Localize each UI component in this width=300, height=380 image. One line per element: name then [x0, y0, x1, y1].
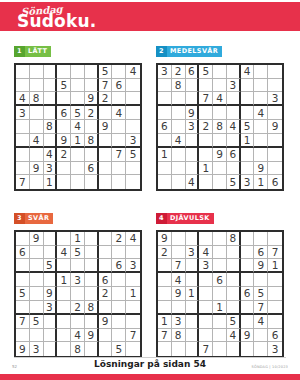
sudoku-cell[interactable]: 4: [254, 315, 268, 329]
sudoku-cell[interactable]: 4: [126, 232, 140, 246]
sudoku-cell[interactable]: 2: [199, 120, 213, 134]
sudoku-cell[interactable]: 7: [158, 329, 172, 343]
sudoku-cell[interactable]: 8: [213, 120, 227, 134]
sudoku-cell[interactable]: [172, 232, 186, 246]
sudoku-cell[interactable]: [186, 162, 200, 176]
sudoku-cell[interactable]: [44, 79, 58, 93]
sudoku-cell[interactable]: 3: [186, 246, 200, 260]
sudoku-cell[interactable]: 4: [57, 246, 71, 260]
sudoku-cell[interactable]: 5: [30, 315, 44, 329]
sudoku-cell[interactable]: [85, 148, 99, 162]
sudoku-cell[interactable]: 9: [85, 92, 99, 106]
sudoku-cell[interactable]: [99, 162, 113, 176]
sudoku-cell[interactable]: [30, 65, 44, 79]
sudoku-cell[interactable]: [126, 246, 140, 260]
sudoku-cell[interactable]: 1: [71, 232, 85, 246]
sudoku-cell[interactable]: [112, 273, 126, 287]
sudoku-cell[interactable]: [85, 232, 99, 246]
sudoku-cell[interactable]: [241, 232, 255, 246]
sudoku-cell[interactable]: 5: [227, 315, 241, 329]
sudoku-cell[interactable]: 8: [71, 342, 85, 356]
sudoku-cell[interactable]: [172, 342, 186, 356]
sudoku-cell[interactable]: [186, 79, 200, 93]
sudoku-cell[interactable]: [57, 342, 71, 356]
sudoku-cell[interactable]: 3: [44, 301, 58, 315]
sudoku-cell[interactable]: [213, 106, 227, 120]
sudoku-cell[interactable]: 4: [172, 134, 186, 148]
sudoku-cell[interactable]: [241, 315, 255, 329]
sudoku-cell[interactable]: 9: [254, 162, 268, 176]
sudoku-cell[interactable]: [57, 329, 71, 343]
sudoku-cell[interactable]: [186, 273, 200, 287]
sudoku-cell[interactable]: 1: [71, 134, 85, 148]
sudoku-cell[interactable]: 7: [199, 342, 213, 356]
sudoku-cell[interactable]: [199, 134, 213, 148]
sudoku-cell[interactable]: 7: [199, 92, 213, 106]
sudoku-cell[interactable]: [172, 175, 186, 189]
sudoku-cell[interactable]: 2: [85, 106, 99, 120]
sudoku-cell[interactable]: [112, 162, 126, 176]
sudoku-cell[interactable]: [213, 175, 227, 189]
sudoku-cell[interactable]: 7: [268, 246, 282, 260]
sudoku-cell[interactable]: [227, 106, 241, 120]
sudoku-cell[interactable]: [126, 162, 140, 176]
sudoku-cell[interactable]: [71, 92, 85, 106]
sudoku-cell[interactable]: [30, 273, 44, 287]
sudoku-cell[interactable]: [112, 301, 126, 315]
sudoku-cell[interactable]: [186, 329, 200, 343]
sudoku-cell[interactable]: 5: [254, 287, 268, 301]
sudoku-cell[interactable]: [57, 287, 71, 301]
sudoku-cell[interactable]: 3: [126, 134, 140, 148]
sudoku-cell[interactable]: [112, 92, 126, 106]
sudoku-cell[interactable]: [227, 246, 241, 260]
sudoku-cell[interactable]: [57, 301, 71, 315]
sudoku-cell[interactable]: [126, 92, 140, 106]
sudoku-cell[interactable]: 6: [254, 246, 268, 260]
sudoku-cell[interactable]: [112, 246, 126, 260]
sudoku-cell[interactable]: 9: [16, 342, 30, 356]
sudoku-cell[interactable]: [85, 246, 99, 260]
sudoku-cell[interactable]: [126, 79, 140, 93]
sudoku-cell[interactable]: [71, 162, 85, 176]
sudoku-cell[interactable]: [158, 92, 172, 106]
sudoku-cell[interactable]: [254, 342, 268, 356]
sudoku-cell[interactable]: [227, 65, 241, 79]
sudoku-cell[interactable]: [268, 65, 282, 79]
sudoku-cell[interactable]: [71, 259, 85, 273]
sudoku-cell[interactable]: [199, 106, 213, 120]
sudoku-cell[interactable]: [254, 79, 268, 93]
sudoku-cell[interactable]: 5: [99, 65, 113, 79]
sudoku-cell[interactable]: [16, 232, 30, 246]
sudoku-cell[interactable]: 8: [172, 79, 186, 93]
sudoku-cell[interactable]: 9: [186, 106, 200, 120]
sudoku-cell[interactable]: [30, 120, 44, 134]
sudoku-cell[interactable]: [44, 134, 58, 148]
sudoku-cell[interactable]: 1: [199, 162, 213, 176]
sudoku-cell[interactable]: 4: [44, 148, 58, 162]
sudoku-cell[interactable]: [227, 162, 241, 176]
sudoku-cell[interactable]: [213, 259, 227, 273]
sudoku-cell[interactable]: [186, 148, 200, 162]
sudoku-cell[interactable]: 7: [172, 259, 186, 273]
sudoku-cell[interactable]: [241, 259, 255, 273]
sudoku-cell[interactable]: [268, 301, 282, 315]
sudoku-cell[interactable]: [213, 134, 227, 148]
sudoku-cell[interactable]: 9: [57, 134, 71, 148]
sudoku-cell[interactable]: 4: [71, 329, 85, 343]
sudoku-cell[interactable]: 8: [44, 120, 58, 134]
sudoku-cell[interactable]: [99, 175, 113, 189]
sudoku-cell[interactable]: 9: [44, 287, 58, 301]
sudoku-cell[interactable]: 8: [30, 92, 44, 106]
sudoku-cell[interactable]: [241, 162, 255, 176]
sudoku-cell[interactable]: [213, 342, 227, 356]
sudoku-cell[interactable]: [30, 246, 44, 260]
sudoku-cell[interactable]: [158, 301, 172, 315]
sudoku-cell[interactable]: 5: [241, 120, 255, 134]
sudoku-cell[interactable]: [99, 134, 113, 148]
sudoku-cell[interactable]: 3: [126, 259, 140, 273]
sudoku-cell[interactable]: 4: [112, 106, 126, 120]
sudoku-cell[interactable]: [44, 329, 58, 343]
sudoku-cell[interactable]: 4: [16, 92, 30, 106]
sudoku-cell[interactable]: [241, 342, 255, 356]
sudoku-cell[interactable]: [57, 120, 71, 134]
sudoku-cell[interactable]: 7: [99, 79, 113, 93]
sudoku-cell[interactable]: 4: [186, 175, 200, 189]
sudoku-cell[interactable]: [85, 175, 99, 189]
sudoku-cell[interactable]: 9: [268, 120, 282, 134]
sudoku-cell[interactable]: 2: [158, 246, 172, 260]
sudoku-cell[interactable]: [227, 287, 241, 301]
sudoku-cell[interactable]: [71, 65, 85, 79]
sudoku-cell[interactable]: 3: [227, 79, 241, 93]
sudoku-cell[interactable]: [158, 106, 172, 120]
sudoku-cell[interactable]: 6: [112, 259, 126, 273]
sudoku-cell[interactable]: [186, 301, 200, 315]
sudoku-cell[interactable]: 6: [241, 287, 255, 301]
sudoku-cell[interactable]: [254, 92, 268, 106]
sudoku-cell[interactable]: [126, 301, 140, 315]
sudoku-cell[interactable]: [158, 342, 172, 356]
sudoku-cell[interactable]: [71, 148, 85, 162]
sudoku-cell[interactable]: [112, 175, 126, 189]
sudoku-cell[interactable]: [44, 106, 58, 120]
sudoku-cell[interactable]: [16, 79, 30, 93]
sudoku-cell[interactable]: [57, 162, 71, 176]
sudoku-cell[interactable]: [268, 273, 282, 287]
sudoku-cell[interactable]: [199, 315, 213, 329]
sudoku-cell[interactable]: [227, 259, 241, 273]
sudoku-cell[interactable]: [227, 134, 241, 148]
sudoku-cell[interactable]: [172, 162, 186, 176]
sudoku-cell[interactable]: [71, 175, 85, 189]
sudoku-cell[interactable]: [172, 106, 186, 120]
sudoku-cell[interactable]: [126, 175, 140, 189]
sudoku-cell[interactable]: [172, 120, 186, 134]
sudoku-cell[interactable]: 6: [186, 65, 200, 79]
sudoku-cell[interactable]: [241, 79, 255, 93]
sudoku-cell[interactable]: 7: [254, 301, 268, 315]
sudoku-cell[interactable]: [85, 259, 99, 273]
sudoku-cell[interactable]: 1: [268, 259, 282, 273]
sudoku-cell[interactable]: [44, 246, 58, 260]
sudoku-cell[interactable]: 4: [126, 65, 140, 79]
sudoku-cell[interactable]: [16, 162, 30, 176]
sudoku-cell[interactable]: [199, 175, 213, 189]
sudoku-cell[interactable]: [158, 175, 172, 189]
sudoku-cell[interactable]: 8: [172, 329, 186, 343]
sudoku-cell[interactable]: [44, 92, 58, 106]
sudoku-cell[interactable]: [199, 273, 213, 287]
sudoku-cell[interactable]: 8: [85, 134, 99, 148]
sudoku-cell[interactable]: [268, 162, 282, 176]
sudoku-cell[interactable]: 6: [213, 273, 227, 287]
sudoku-cell[interactable]: [85, 79, 99, 93]
sudoku-cell[interactable]: 1: [158, 315, 172, 329]
sudoku-cell[interactable]: [213, 287, 227, 301]
sudoku-cell[interactable]: 4: [227, 329, 241, 343]
sudoku-cell[interactable]: [268, 315, 282, 329]
sudoku-cell[interactable]: [254, 65, 268, 79]
sudoku-cell[interactable]: [199, 148, 213, 162]
sudoku-cell[interactable]: [99, 329, 113, 343]
sudoku-cell[interactable]: [227, 92, 241, 106]
sudoku-cell[interactable]: [227, 273, 241, 287]
sudoku-cell[interactable]: [213, 232, 227, 246]
sudoku-cell[interactable]: 5: [199, 65, 213, 79]
sudoku-cell[interactable]: [213, 162, 227, 176]
sudoku-cell[interactable]: 3: [44, 162, 58, 176]
sudoku-cell[interactable]: 8: [85, 301, 99, 315]
sudoku-cell[interactable]: [16, 134, 30, 148]
sudoku-cell[interactable]: [112, 65, 126, 79]
sudoku-cell[interactable]: 9: [254, 259, 268, 273]
sudoku-cell[interactable]: [57, 259, 71, 273]
sudoku-cell[interactable]: 3: [71, 273, 85, 287]
sudoku-cell[interactable]: 9: [99, 315, 113, 329]
sudoku-cell[interactable]: [172, 148, 186, 162]
sudoku-cell[interactable]: [227, 301, 241, 315]
sudoku-cell[interactable]: [172, 92, 186, 106]
sudoku-cell[interactable]: 3: [16, 106, 30, 120]
sudoku-cell[interactable]: [199, 232, 213, 246]
sudoku-cell[interactable]: [99, 301, 113, 315]
sudoku-cell[interactable]: 7: [126, 329, 140, 343]
sudoku-cell[interactable]: [241, 92, 255, 106]
sudoku-cell[interactable]: 9: [213, 148, 227, 162]
sudoku-cell[interactable]: [85, 287, 99, 301]
sudoku-cell[interactable]: 6: [99, 273, 113, 287]
sudoku-cell[interactable]: [30, 148, 44, 162]
sudoku-cell[interactable]: 2: [57, 148, 71, 162]
sudoku-cell[interactable]: [44, 342, 58, 356]
sudoku-cell[interactable]: [44, 315, 58, 329]
sudoku-cell[interactable]: [254, 329, 268, 343]
sudoku-cell[interactable]: [227, 342, 241, 356]
sudoku-cell[interactable]: 1: [158, 148, 172, 162]
sudoku-cell[interactable]: 1: [57, 273, 71, 287]
sudoku-cell[interactable]: [71, 79, 85, 93]
sudoku-cell[interactable]: [199, 301, 213, 315]
sudoku-cell[interactable]: [254, 134, 268, 148]
sudoku-cell[interactable]: 2: [99, 92, 113, 106]
sudoku-cell[interactable]: 5: [57, 79, 71, 93]
sudoku-cell[interactable]: [112, 287, 126, 301]
sudoku-cell[interactable]: [241, 273, 255, 287]
sudoku-cell[interactable]: [16, 148, 30, 162]
sudoku-cell[interactable]: [71, 287, 85, 301]
sudoku-cell[interactable]: [213, 246, 227, 260]
sudoku-cell[interactable]: [57, 232, 71, 246]
sudoku-cell[interactable]: [16, 120, 30, 134]
sudoku-cell[interactable]: [241, 301, 255, 315]
sudoku-cell[interactable]: 3: [268, 342, 282, 356]
sudoku-cell[interactable]: [186, 92, 200, 106]
sudoku-cell[interactable]: [44, 273, 58, 287]
sudoku-cell[interactable]: [172, 301, 186, 315]
sudoku-cell[interactable]: [126, 120, 140, 134]
sudoku-cell[interactable]: [99, 148, 113, 162]
sudoku-cell[interactable]: 2: [112, 232, 126, 246]
sudoku-cell[interactable]: [16, 259, 30, 273]
sudoku-cell[interactable]: 5: [227, 175, 241, 189]
sudoku-cell[interactable]: 1: [241, 134, 255, 148]
sudoku-cell[interactable]: [172, 246, 186, 260]
sudoku-cell[interactable]: 5: [71, 106, 85, 120]
sudoku-cell[interactable]: 4: [30, 134, 44, 148]
sudoku-cell[interactable]: 6: [16, 246, 30, 260]
sudoku-cell[interactable]: 5: [126, 148, 140, 162]
sudoku-cell[interactable]: 9: [172, 287, 186, 301]
sudoku-cell[interactable]: [85, 342, 99, 356]
sudoku-cell[interactable]: [213, 79, 227, 93]
sudoku-cell[interactable]: 3: [199, 259, 213, 273]
sudoku-cell[interactable]: [57, 315, 71, 329]
sudoku-cell[interactable]: [186, 315, 200, 329]
sudoku-cell[interactable]: 9: [99, 120, 113, 134]
sudoku-cell[interactable]: [99, 246, 113, 260]
sudoku-cell[interactable]: [85, 315, 99, 329]
sudoku-cell[interactable]: 3: [268, 92, 282, 106]
sudoku-cell[interactable]: [126, 273, 140, 287]
sudoku-cell[interactable]: [254, 148, 268, 162]
sudoku-cell[interactable]: [30, 175, 44, 189]
sudoku-cell[interactable]: [158, 259, 172, 273]
sudoku-cell[interactable]: 6: [268, 175, 282, 189]
sudoku-cell[interactable]: 8: [227, 232, 241, 246]
sudoku-cell[interactable]: 9: [85, 329, 99, 343]
sudoku-cell[interactable]: 6: [112, 79, 126, 93]
sudoku-cell[interactable]: [57, 175, 71, 189]
sudoku-cell[interactable]: 2: [71, 301, 85, 315]
sudoku-cell[interactable]: [199, 329, 213, 343]
sudoku-cell[interactable]: 9: [241, 329, 255, 343]
sudoku-cell[interactable]: [71, 315, 85, 329]
sudoku-cell[interactable]: [126, 106, 140, 120]
sudoku-cell[interactable]: 1: [213, 301, 227, 315]
sudoku-cell[interactable]: [268, 134, 282, 148]
sudoku-cell[interactable]: [16, 273, 30, 287]
sudoku-cell[interactable]: 3: [241, 175, 255, 189]
sudoku-cell[interactable]: [199, 287, 213, 301]
sudoku-cell[interactable]: 3: [30, 342, 44, 356]
sudoku-cell[interactable]: [241, 106, 255, 120]
sudoku-cell[interactable]: 7: [112, 148, 126, 162]
sudoku-cell[interactable]: 1: [254, 175, 268, 189]
sudoku-cell[interactable]: 3: [172, 315, 186, 329]
sudoku-cell[interactable]: [268, 79, 282, 93]
sudoku-cell[interactable]: 4: [241, 65, 255, 79]
sudoku-cell[interactable]: 4: [199, 246, 213, 260]
sudoku-cell[interactable]: [158, 162, 172, 176]
sudoku-cell[interactable]: [186, 259, 200, 273]
sudoku-cell[interactable]: [112, 315, 126, 329]
sudoku-cell[interactable]: [16, 329, 30, 343]
sudoku-cell[interactable]: [126, 315, 140, 329]
sudoku-cell[interactable]: [44, 65, 58, 79]
sudoku-cell[interactable]: 7: [16, 315, 30, 329]
sudoku-cell[interactable]: [16, 301, 30, 315]
sudoku-cell[interactable]: 4: [227, 120, 241, 134]
sudoku-cell[interactable]: [85, 120, 99, 134]
sudoku-cell[interactable]: 9: [30, 162, 44, 176]
sudoku-cell[interactable]: [213, 65, 227, 79]
sudoku-cell[interactable]: [57, 65, 71, 79]
sudoku-cell[interactable]: [112, 134, 126, 148]
sudoku-cell[interactable]: [99, 106, 113, 120]
sudoku-cell[interactable]: [85, 273, 99, 287]
sudoku-cell[interactable]: 6: [85, 162, 99, 176]
sudoku-cell[interactable]: 6: [57, 106, 71, 120]
sudoku-cell[interactable]: 1: [126, 287, 140, 301]
sudoku-cell[interactable]: [158, 287, 172, 301]
sudoku-cell[interactable]: 9: [30, 232, 44, 246]
sudoku-cell[interactable]: 7: [16, 175, 30, 189]
sudoku-cell[interactable]: [99, 342, 113, 356]
sudoku-cell[interactable]: [158, 134, 172, 148]
sudoku-cell[interactable]: 5: [16, 287, 30, 301]
sudoku-cell[interactable]: 1: [44, 175, 58, 189]
sudoku-cell[interactable]: 4: [213, 92, 227, 106]
sudoku-cell[interactable]: [112, 120, 126, 134]
sudoku-cell[interactable]: [213, 329, 227, 343]
sudoku-cell[interactable]: 3: [186, 120, 200, 134]
sudoku-cell[interactable]: 2: [99, 287, 113, 301]
sudoku-cell[interactable]: [112, 329, 126, 343]
sudoku-cell[interactable]: 4: [254, 106, 268, 120]
sudoku-cell[interactable]: [30, 287, 44, 301]
sudoku-cell[interactable]: [268, 148, 282, 162]
sudoku-cell[interactable]: 5: [71, 246, 85, 260]
sudoku-cell[interactable]: [99, 232, 113, 246]
sudoku-cell[interactable]: 5: [44, 259, 58, 273]
sudoku-cell[interactable]: [199, 79, 213, 93]
sudoku-cell[interactable]: [85, 65, 99, 79]
sudoku-cell[interactable]: [213, 315, 227, 329]
sudoku-cell[interactable]: 4: [172, 273, 186, 287]
sudoku-cell[interactable]: [268, 287, 282, 301]
sudoku-cell[interactable]: 6: [268, 329, 282, 343]
sudoku-cell[interactable]: [158, 79, 172, 93]
sudoku-cell[interactable]: 2: [172, 65, 186, 79]
sudoku-cell[interactable]: [241, 246, 255, 260]
sudoku-cell[interactable]: 6: [227, 148, 241, 162]
sudoku-cell[interactable]: [186, 342, 200, 356]
sudoku-cell[interactable]: 3: [158, 65, 172, 79]
